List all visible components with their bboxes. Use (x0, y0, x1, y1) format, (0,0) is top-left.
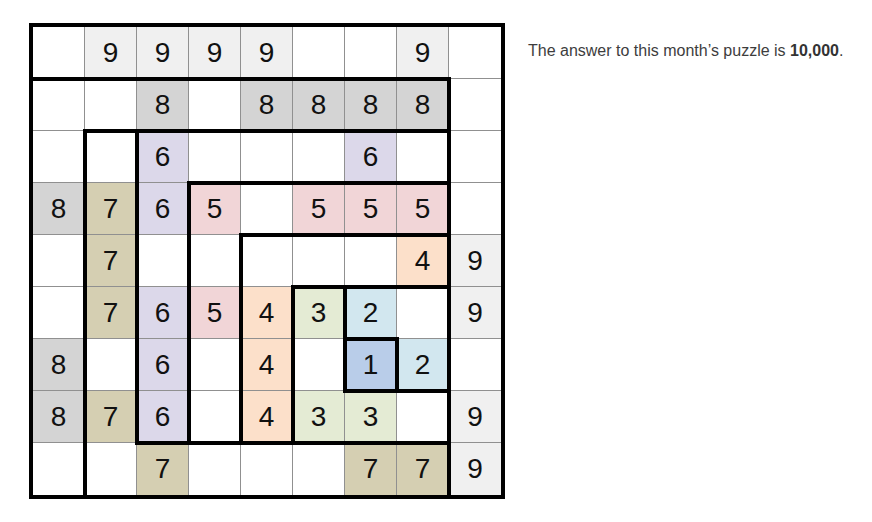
region-border-segment (291, 77, 347, 81)
cell-r2c4 (189, 79, 241, 131)
region-border-segment (135, 389, 139, 445)
cell-r2c3: 8 (137, 79, 189, 131)
region-border-segment (343, 181, 399, 185)
cell-r9c6 (293, 443, 345, 495)
region-border-segment (187, 285, 191, 341)
region-border-segment (343, 77, 399, 81)
region-border-segment (135, 337, 139, 393)
region-border-segment (239, 181, 295, 185)
cell-r1c9 (449, 27, 501, 79)
cell-r2c2 (85, 79, 137, 131)
cell-r3c5 (241, 131, 293, 183)
cell-r1c1 (33, 27, 85, 79)
cell-r7c1: 8 (33, 339, 85, 391)
cell-r4c9 (449, 183, 501, 235)
cell-r2c6: 8 (293, 79, 345, 131)
region-border-segment (135, 129, 191, 133)
cell-r3c8 (397, 131, 449, 183)
cell-r6c6: 3 (293, 287, 345, 339)
cell-r9c2 (85, 443, 137, 495)
region-border-segment (187, 77, 243, 81)
region-border-segment (83, 77, 139, 81)
region-border-segment (239, 77, 295, 81)
caption: The answer to this month’s puzzle is 10,… (528, 41, 843, 61)
region-border-segment (83, 337, 87, 393)
cell-r3c9 (449, 131, 501, 183)
region-border-segment (343, 337, 347, 393)
cell-r8c9: 9 (449, 391, 501, 443)
region-border-segment (395, 389, 451, 393)
region-border-segment (343, 389, 399, 393)
cell-r1c3: 9 (137, 27, 189, 79)
cell-r3c4 (189, 131, 241, 183)
cell-r7c4 (189, 339, 241, 391)
region-border-segment (187, 337, 191, 393)
region-border-segment (291, 285, 295, 341)
region-border-segment (291, 389, 295, 445)
cell-r2c5: 8 (241, 79, 293, 131)
cell-r6c2: 7 (85, 287, 137, 339)
cell-r7c8: 2 (397, 339, 449, 391)
cell-r4c6: 5 (293, 183, 345, 235)
region-border-segment (447, 181, 451, 237)
cell-r1c5: 9 (241, 27, 293, 79)
cell-r7c7: 1 (345, 339, 397, 391)
region-border-segment (187, 233, 191, 289)
cell-r4c5 (241, 183, 293, 235)
region-border-segment (395, 337, 399, 393)
region-border-segment (83, 389, 87, 445)
cell-r7c6 (293, 339, 345, 391)
cell-r5c1 (33, 235, 85, 287)
cell-r9c1 (33, 443, 85, 495)
caption-prefix: The answer to this month’s puzzle is (528, 42, 790, 59)
region-border-segment (291, 181, 347, 185)
cell-r6c9: 9 (449, 287, 501, 339)
region-border-segment (31, 77, 87, 81)
region-border-segment (447, 441, 451, 497)
region-border-segment (447, 77, 451, 133)
cell-r5c6 (293, 235, 345, 287)
cell-r9c7: 7 (345, 443, 397, 495)
cell-r7c2 (85, 339, 137, 391)
answer-value: 10,000 (790, 42, 839, 59)
region-border-segment (395, 181, 451, 185)
region-border-segment (135, 181, 139, 237)
region-border-segment (447, 129, 451, 185)
cell-r5c5 (241, 235, 293, 287)
region-border-segment (239, 441, 295, 445)
cell-r8c7: 3 (345, 391, 397, 443)
region-border-segment (83, 441, 87, 497)
cell-r4c8: 5 (397, 183, 449, 235)
region-border-segment (291, 233, 347, 237)
cell-r1c4: 9 (189, 27, 241, 79)
cell-r7c5: 4 (241, 339, 293, 391)
region-border-segment (239, 285, 243, 341)
cell-r5c7 (345, 235, 397, 287)
cell-r7c9 (449, 339, 501, 391)
region-border-segment (83, 129, 87, 185)
region-border-segment (239, 233, 243, 289)
region-border-segment (395, 129, 451, 133)
region-border-segment (343, 129, 399, 133)
cell-r2c7: 8 (345, 79, 397, 131)
region-border-segment (135, 129, 139, 185)
region-border-segment (343, 233, 399, 237)
cell-r4c2: 7 (85, 183, 137, 235)
region-border-segment (187, 129, 243, 133)
cell-r6c7: 2 (345, 287, 397, 339)
region-border-segment (291, 285, 347, 289)
region-border-segment (447, 337, 451, 393)
region-border-segment (239, 389, 243, 445)
region-border-segment (83, 285, 87, 341)
cell-r6c8 (397, 287, 449, 339)
cell-r3c3: 6 (137, 131, 189, 183)
cell-r1c8: 9 (397, 27, 449, 79)
region-border-segment (135, 233, 139, 289)
cell-r5c8: 4 (397, 235, 449, 287)
region-border-segment (447, 389, 451, 445)
region-border-segment (187, 181, 243, 185)
region-border-segment (239, 337, 243, 393)
cell-r9c3: 7 (137, 443, 189, 495)
cell-r1c7 (345, 27, 397, 79)
region-border-segment (135, 77, 191, 81)
region-border-segment (291, 129, 347, 133)
region-border-segment (187, 181, 191, 237)
region-border-segment (239, 129, 295, 133)
region-border-segment (343, 337, 399, 341)
cell-r4c3: 6 (137, 183, 189, 235)
cell-r5c3 (137, 235, 189, 287)
region-border-segment (395, 285, 451, 289)
cell-r1c2: 9 (85, 27, 137, 79)
cell-r8c4 (189, 391, 241, 443)
region-border-segment (239, 233, 295, 237)
region-border-segment (135, 285, 139, 341)
region-border-segment (135, 441, 191, 445)
cell-r8c1: 8 (33, 391, 85, 443)
cell-r8c5: 4 (241, 391, 293, 443)
region-border-segment (447, 285, 451, 341)
cell-r3c6 (293, 131, 345, 183)
puzzle-board: 9999988888668765555749765432986412876433… (29, 23, 505, 499)
region-border-segment (187, 441, 243, 445)
region-border-segment (395, 441, 451, 445)
cell-r9c8: 7 (397, 443, 449, 495)
cell-r3c2 (85, 131, 137, 183)
cell-r9c4 (189, 443, 241, 495)
cell-r9c9: 9 (449, 443, 501, 495)
cell-r5c9: 9 (449, 235, 501, 287)
cell-r5c2: 7 (85, 235, 137, 287)
cell-r7c3: 6 (137, 339, 189, 391)
region-border-segment (83, 129, 139, 133)
region-border-segment (343, 285, 399, 289)
cell-r9c5 (241, 443, 293, 495)
region-border-segment (83, 233, 87, 289)
cell-r6c1 (33, 287, 85, 339)
cell-r6c5: 4 (241, 287, 293, 339)
region-border-segment (187, 389, 191, 445)
cell-r8c8 (397, 391, 449, 443)
region-border-segment (395, 77, 451, 81)
region-border-segment (447, 233, 451, 289)
cell-r6c3: 6 (137, 287, 189, 339)
cell-r4c4: 5 (189, 183, 241, 235)
cell-r4c1: 8 (33, 183, 85, 235)
cell-r6c4: 5 (189, 287, 241, 339)
region-border-segment (83, 181, 87, 237)
cell-r3c1 (33, 131, 85, 183)
cell-r4c7: 5 (345, 183, 397, 235)
cell-r2c9 (449, 79, 501, 131)
cell-r5c4 (189, 235, 241, 287)
cell-r2c1 (33, 79, 85, 131)
cell-r3c7: 6 (345, 131, 397, 183)
region-border-segment (343, 441, 399, 445)
cell-r1c6 (293, 27, 345, 79)
caption-suffix: . (839, 42, 843, 59)
cell-r8c3: 6 (137, 391, 189, 443)
region-border-segment (395, 233, 451, 237)
cell-r2c8: 8 (397, 79, 449, 131)
region-border-segment (291, 441, 347, 445)
region-border-segment (343, 285, 347, 341)
cell-r8c2: 7 (85, 391, 137, 443)
cell-r8c6: 3 (293, 391, 345, 443)
region-border-segment (291, 337, 295, 393)
